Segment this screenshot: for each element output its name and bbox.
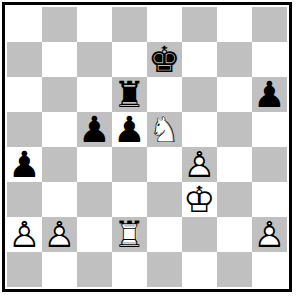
- square-c8[interactable]: [77, 7, 112, 42]
- piece-black-pawn: ♟: [252, 77, 287, 112]
- square-e4[interactable]: [147, 147, 182, 182]
- white-piece-outline-layer: ♔: [183, 182, 215, 217]
- piece-black-pawn: ♟: [7, 147, 42, 182]
- square-a6[interactable]: [7, 77, 42, 112]
- white-piece-outline-layer: ♙: [43, 217, 75, 252]
- square-d3[interactable]: [112, 182, 147, 217]
- square-d7[interactable]: [112, 42, 147, 77]
- square-h2[interactable]: ♟♙: [252, 217, 287, 252]
- square-c4[interactable]: [77, 147, 112, 182]
- square-c2[interactable]: [77, 217, 112, 252]
- square-h6[interactable]: ♟: [252, 77, 287, 112]
- square-d1[interactable]: [112, 252, 147, 287]
- square-a1[interactable]: [7, 252, 42, 287]
- piece-black-pawn: ♟: [77, 112, 112, 147]
- square-f8[interactable]: [182, 7, 217, 42]
- square-d5[interactable]: ♟: [112, 112, 147, 147]
- piece-white-rook: ♜♖: [112, 217, 147, 252]
- piece-black-king: ♚: [147, 42, 182, 77]
- square-g1[interactable]: [217, 252, 252, 287]
- square-b6[interactable]: [42, 77, 77, 112]
- square-b3[interactable]: [42, 182, 77, 217]
- white-piece-outline-layer: ♙: [253, 217, 285, 252]
- square-e3[interactable]: [147, 182, 182, 217]
- square-e1[interactable]: [147, 252, 182, 287]
- chess-diagram: ♚♜♟♟♟♞♘♟♟♙♚♔♟♙♟♙♜♖♟♙: [0, 0, 296, 296]
- square-g7[interactable]: [217, 42, 252, 77]
- square-e2[interactable]: [147, 217, 182, 252]
- square-b4[interactable]: [42, 147, 77, 182]
- square-e8[interactable]: [147, 7, 182, 42]
- square-h4[interactable]: [252, 147, 287, 182]
- piece-white-pawn: ♟♙: [182, 147, 217, 182]
- square-f5[interactable]: [182, 112, 217, 147]
- square-a5[interactable]: [7, 112, 42, 147]
- piece-black-rook: ♜: [112, 77, 147, 112]
- board-frame: ♚♜♟♟♟♞♘♟♟♙♚♔♟♙♟♙♜♖♟♙: [2, 2, 292, 292]
- square-a8[interactable]: [7, 7, 42, 42]
- chess-board: ♚♜♟♟♟♞♘♟♟♙♚♔♟♙♟♙♜♖♟♙: [7, 7, 287, 287]
- square-g8[interactable]: [217, 7, 252, 42]
- white-piece-outline-layer: ♖: [113, 217, 145, 252]
- piece-white-pawn: ♟♙: [42, 217, 77, 252]
- square-h8[interactable]: [252, 7, 287, 42]
- white-piece-outline-layer: ♙: [8, 217, 40, 252]
- piece-white-knight: ♞♘: [147, 112, 182, 147]
- square-g5[interactable]: [217, 112, 252, 147]
- piece-white-king: ♚♔: [182, 182, 217, 217]
- square-g2[interactable]: [217, 217, 252, 252]
- square-a2[interactable]: ♟♙: [7, 217, 42, 252]
- square-a7[interactable]: [7, 42, 42, 77]
- piece-white-pawn: ♟♙: [252, 217, 287, 252]
- square-e6[interactable]: [147, 77, 182, 112]
- square-d4[interactable]: [112, 147, 147, 182]
- square-a4[interactable]: ♟: [7, 147, 42, 182]
- square-h7[interactable]: [252, 42, 287, 77]
- square-b1[interactable]: [42, 252, 77, 287]
- square-h1[interactable]: [252, 252, 287, 287]
- piece-black-pawn: ♟: [112, 112, 147, 147]
- square-f3[interactable]: ♚♔: [182, 182, 217, 217]
- square-b8[interactable]: [42, 7, 77, 42]
- square-g3[interactable]: [217, 182, 252, 217]
- square-f2[interactable]: [182, 217, 217, 252]
- square-b7[interactable]: [42, 42, 77, 77]
- square-d6[interactable]: ♜: [112, 77, 147, 112]
- square-g6[interactable]: [217, 77, 252, 112]
- piece-white-pawn: ♟♙: [7, 217, 42, 252]
- square-c6[interactable]: [77, 77, 112, 112]
- square-c5[interactable]: ♟: [77, 112, 112, 147]
- square-e5[interactable]: ♞♘: [147, 112, 182, 147]
- square-g4[interactable]: [217, 147, 252, 182]
- white-piece-outline-layer: ♘: [148, 112, 180, 147]
- square-d8[interactable]: [112, 7, 147, 42]
- square-d2[interactable]: ♜♖: [112, 217, 147, 252]
- square-a3[interactable]: [7, 182, 42, 217]
- square-c7[interactable]: [77, 42, 112, 77]
- square-h3[interactable]: [252, 182, 287, 217]
- square-f1[interactable]: [182, 252, 217, 287]
- square-e7[interactable]: ♚: [147, 42, 182, 77]
- square-c3[interactable]: [77, 182, 112, 217]
- square-f7[interactable]: [182, 42, 217, 77]
- white-piece-outline-layer: ♙: [183, 147, 215, 182]
- square-b2[interactable]: ♟♙: [42, 217, 77, 252]
- square-f6[interactable]: [182, 77, 217, 112]
- square-c1[interactable]: [77, 252, 112, 287]
- square-f4[interactable]: ♟♙: [182, 147, 217, 182]
- square-h5[interactable]: [252, 112, 287, 147]
- square-b5[interactable]: [42, 112, 77, 147]
